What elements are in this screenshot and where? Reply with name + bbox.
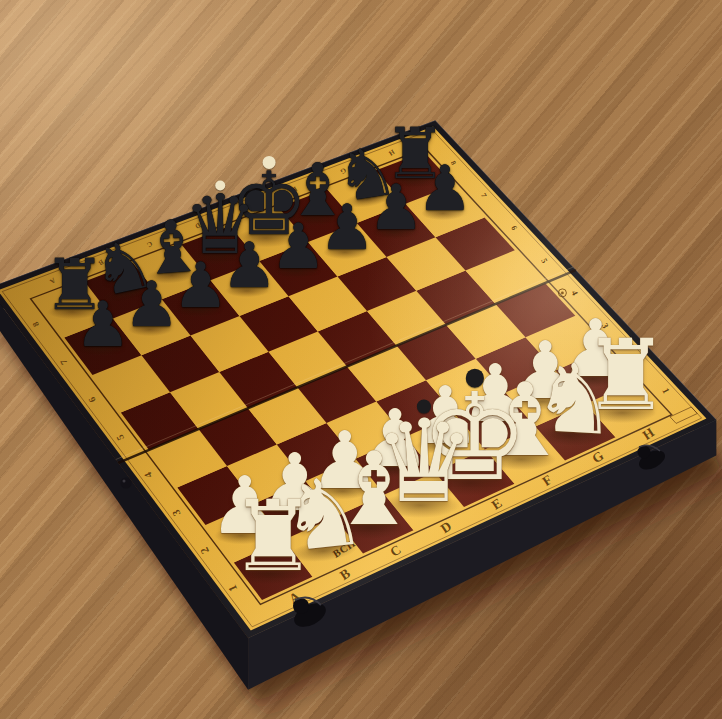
piece-black-pawn-d7[interactable]: ♟	[221, 236, 277, 299]
black-king-finial	[262, 156, 275, 169]
piece-black-pawn-c7[interactable]: ♟	[172, 255, 228, 318]
pieces-layer: ♜♞♝♛♚♝♞♜♟♟♟♟♟♟♟♟♟♟♟♟♟♟♟♟♜♞♝♛♚♝♞♜	[0, 0, 722, 719]
piece-black-pawn-g7[interactable]: ♟	[368, 178, 424, 241]
piece-white-rook-a1[interactable]: ♜	[229, 488, 316, 585]
piece-black-pawn-f7[interactable]: ♟	[319, 197, 375, 260]
black-queen-finial	[215, 180, 225, 190]
piece-black-pawn-e7[interactable]: ♟	[270, 216, 326, 279]
piece-black-pawn-b7[interactable]: ♟	[124, 275, 180, 338]
white-queen-finial	[417, 400, 431, 414]
piece-black-pawn-h7[interactable]: ♟	[417, 158, 473, 221]
scene: AABBCCDDEEFFGGHH1122334455667788ВСП ♜♞♝♛…	[0, 0, 722, 719]
white-king-finial	[466, 369, 484, 387]
piece-black-pawn-a7[interactable]: ♟	[75, 294, 131, 357]
